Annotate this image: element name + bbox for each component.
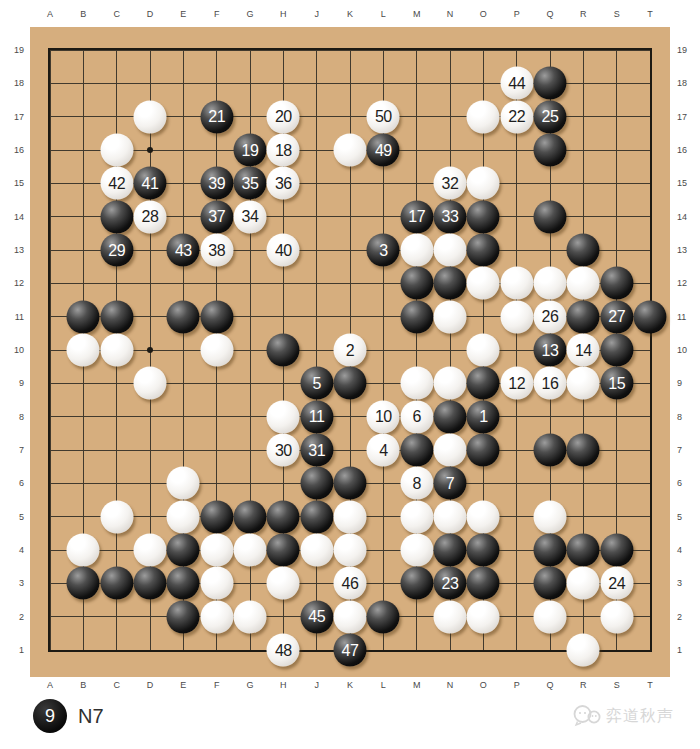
stone-white-G2 [234, 600, 267, 633]
stone-white-F3 [200, 567, 233, 600]
chat-bubbles-icon [572, 703, 602, 729]
stone-black-Q16 [534, 134, 567, 167]
stone-white-R10: 14 [567, 334, 600, 367]
stone-white-M5 [400, 500, 433, 533]
stone-black-E11 [167, 300, 200, 333]
stone-black-O14 [467, 200, 500, 233]
coord-label-top: Q [540, 9, 560, 20]
stone-white-N9 [434, 367, 467, 400]
move-number: 10 [375, 409, 392, 425]
move-number: 39 [208, 175, 225, 191]
coord-label-bottom: S [607, 680, 627, 691]
stone-black-N8 [434, 400, 467, 433]
move-number: 11 [309, 409, 325, 425]
stone-white-S2 [600, 600, 633, 633]
move-number: 34 [242, 209, 259, 225]
move-number: 19 [242, 142, 259, 158]
coord-label-left: 11 [6, 312, 24, 323]
coord-label-top: M [407, 9, 427, 20]
star-point [147, 147, 153, 153]
move-number: 43 [175, 242, 192, 258]
stone-black-H10 [267, 334, 300, 367]
coord-label-right: 10 [677, 345, 695, 356]
move-number: 29 [108, 242, 125, 258]
stone-black-L16: 49 [367, 134, 400, 167]
stone-black-N4 [434, 534, 467, 567]
stone-white-M6: 8 [400, 467, 433, 500]
move-number: 5 [312, 375, 320, 391]
stone-white-D14: 28 [134, 200, 167, 233]
stone-white-L17: 50 [367, 100, 400, 133]
coord-label-top: G [240, 9, 260, 20]
coord-label-right: 16 [677, 145, 695, 156]
coord-label-right: 8 [677, 412, 695, 423]
stone-black-C14 [100, 200, 133, 233]
stone-black-Q14 [534, 200, 567, 233]
move-number: 14 [575, 342, 592, 358]
coord-label-left: 17 [6, 112, 24, 123]
stone-black-O8: 1 [467, 400, 500, 433]
coord-label-left: 4 [6, 545, 24, 556]
star-point [147, 347, 153, 353]
move-number: 3 [379, 242, 387, 258]
coord-label-right: 14 [677, 212, 695, 223]
stone-white-B10 [67, 334, 100, 367]
stone-black-J8: 11 [300, 400, 333, 433]
coord-label-top: B [73, 9, 93, 20]
stone-white-P17: 22 [500, 100, 533, 133]
move-number: 2 [346, 342, 354, 358]
coord-label-left: 5 [6, 512, 24, 523]
stone-black-O4 [467, 534, 500, 567]
stone-black-S9: 15 [600, 367, 633, 400]
stone-black-E13: 43 [167, 234, 200, 267]
stone-white-P18: 44 [500, 67, 533, 100]
coord-label-bottom: P [507, 680, 527, 691]
move-number: 18 [275, 142, 292, 158]
stone-white-M9 [400, 367, 433, 400]
stone-white-F10 [200, 334, 233, 367]
stone-white-K16 [334, 134, 367, 167]
move-number: 22 [508, 109, 525, 125]
stone-white-H13: 40 [267, 234, 300, 267]
stone-white-D17 [134, 100, 167, 133]
stone-white-M8: 6 [400, 400, 433, 433]
stone-white-C10 [100, 334, 133, 367]
stone-black-C11 [100, 300, 133, 333]
coord-label-bottom: J [307, 680, 327, 691]
stone-white-J4 [300, 534, 333, 567]
stone-black-O3 [467, 567, 500, 600]
coord-label-top: F [207, 9, 227, 20]
move-annotation: 9 N7 [33, 699, 104, 733]
stone-black-Q18 [534, 67, 567, 100]
stone-white-Q5 [534, 500, 567, 533]
move-number: 45 [308, 609, 325, 625]
move-number: 48 [275, 642, 292, 658]
move-number: 33 [442, 209, 459, 225]
stone-black-E2 [167, 600, 200, 633]
stone-white-N15: 32 [434, 167, 467, 200]
stone-white-H17: 20 [267, 100, 300, 133]
stone-black-C13: 29 [100, 234, 133, 267]
move-number: 47 [342, 642, 359, 658]
move-number: 21 [208, 109, 225, 125]
stone-white-K4 [334, 534, 367, 567]
stone-white-P9: 12 [500, 367, 533, 400]
coord-label-top: S [607, 9, 627, 20]
stone-white-K3: 46 [334, 567, 367, 600]
coord-label-left: 10 [6, 345, 24, 356]
stone-white-F13: 38 [200, 234, 233, 267]
stone-black-E3 [167, 567, 200, 600]
coord-label-left: 14 [6, 212, 24, 223]
stone-black-J5 [300, 500, 333, 533]
move-number: 49 [375, 142, 392, 158]
coord-label-top: C [107, 9, 127, 20]
move-annotation-coordinate: N7 [78, 705, 104, 728]
stone-black-Q3 [534, 567, 567, 600]
stone-white-O17 [467, 100, 500, 133]
stone-white-B4 [67, 534, 100, 567]
watermark: 弈道秋声 [572, 703, 674, 729]
coord-label-bottom: T [640, 680, 660, 691]
coord-label-left: 7 [6, 445, 24, 456]
stone-white-O5 [467, 500, 500, 533]
stone-white-H1: 48 [267, 634, 300, 667]
move-number: 36 [275, 175, 292, 191]
stone-white-E6 [167, 467, 200, 500]
stone-black-K6 [334, 467, 367, 500]
coord-label-top: H [273, 9, 293, 20]
stone-black-M3 [400, 567, 433, 600]
stone-black-H5 [267, 500, 300, 533]
stone-black-C3 [100, 567, 133, 600]
move-number: 35 [242, 175, 259, 191]
stone-white-C5 [100, 500, 133, 533]
stone-black-N14: 33 [434, 200, 467, 233]
coord-label-bottom: K [340, 680, 360, 691]
coord-label-left: 15 [6, 178, 24, 189]
stone-black-S11: 27 [600, 300, 633, 333]
stone-white-F2 [200, 600, 233, 633]
coord-label-bottom: F [207, 680, 227, 691]
stone-white-H3 [267, 567, 300, 600]
stone-white-P11 [500, 300, 533, 333]
coord-label-right: 2 [677, 612, 695, 623]
move-number: 40 [275, 242, 292, 258]
stone-white-F4 [200, 534, 233, 567]
stone-black-O7 [467, 434, 500, 467]
coord-label-top: P [507, 9, 527, 20]
coord-label-right: 9 [677, 378, 695, 389]
stone-white-N2 [434, 600, 467, 633]
coord-label-left: 19 [6, 45, 24, 56]
stone-black-T11 [634, 300, 667, 333]
coord-label-left: 3 [6, 578, 24, 589]
stone-black-F5 [200, 500, 233, 533]
move-number: 13 [542, 342, 559, 358]
coord-label-right: 1 [677, 645, 695, 656]
coord-label-top: J [307, 9, 327, 20]
move-number: 1 [479, 409, 487, 425]
coord-label-bottom: R [573, 680, 593, 691]
stone-black-Q17: 25 [534, 100, 567, 133]
coord-label-left: 16 [6, 145, 24, 156]
stone-white-R9 [567, 367, 600, 400]
stone-white-E5 [167, 500, 200, 533]
coord-label-bottom: M [407, 680, 427, 691]
stone-black-N3: 23 [434, 567, 467, 600]
stone-white-O15 [467, 167, 500, 200]
stone-white-Q12 [534, 267, 567, 300]
move-number: 23 [442, 575, 459, 591]
stone-black-J6 [300, 467, 333, 500]
coord-label-right: 15 [677, 178, 695, 189]
stone-black-R7 [567, 434, 600, 467]
stone-black-S12 [600, 267, 633, 300]
move-number: 28 [142, 209, 159, 225]
stone-white-R12 [567, 267, 600, 300]
coord-label-right: 5 [677, 512, 695, 523]
stone-white-L7: 4 [367, 434, 400, 467]
stone-black-F15: 39 [200, 167, 233, 200]
stone-black-F11 [200, 300, 233, 333]
stone-white-H7: 30 [267, 434, 300, 467]
stone-white-P12 [500, 267, 533, 300]
coord-label-bottom: Q [540, 680, 560, 691]
stone-black-R13 [567, 234, 600, 267]
coord-label-bottom: B [73, 680, 93, 691]
coord-label-top: R [573, 9, 593, 20]
stone-black-M11 [400, 300, 433, 333]
move-number: 20 [275, 109, 292, 125]
stone-black-O13 [467, 234, 500, 267]
coord-label-bottom: D [140, 680, 160, 691]
coord-label-left: 12 [6, 278, 24, 289]
stone-black-H4 [267, 534, 300, 567]
stone-white-C15: 42 [100, 167, 133, 200]
coord-label-left: 1 [6, 645, 24, 656]
coord-label-bottom: C [107, 680, 127, 691]
coord-label-bottom: A [40, 680, 60, 691]
stone-white-O12 [467, 267, 500, 300]
stone-black-F17: 21 [200, 100, 233, 133]
move-number: 38 [208, 242, 225, 258]
move-number: 4 [379, 442, 387, 458]
stone-white-Q11: 26 [534, 300, 567, 333]
coord-label-top: D [140, 9, 160, 20]
move-number: 8 [412, 475, 420, 491]
stone-white-R3 [567, 567, 600, 600]
stone-white-N13 [434, 234, 467, 267]
coord-label-top: A [40, 9, 60, 20]
stone-black-Q4 [534, 534, 567, 567]
stone-white-K5 [334, 500, 367, 533]
stone-black-D15: 41 [134, 167, 167, 200]
stone-black-O9 [467, 367, 500, 400]
move-number: 31 [308, 442, 325, 458]
coord-label-top: T [640, 9, 660, 20]
coord-label-left: 6 [6, 478, 24, 489]
coord-label-bottom: E [173, 680, 193, 691]
stone-white-N11 [434, 300, 467, 333]
stone-black-L2 [367, 600, 400, 633]
stone-black-N6: 7 [434, 467, 467, 500]
stone-white-C16 [100, 134, 133, 167]
stone-black-N12 [434, 267, 467, 300]
coord-label-right: 7 [677, 445, 695, 456]
coord-label-left: 2 [6, 612, 24, 623]
coord-label-top: L [373, 9, 393, 20]
move-annotation-black-stone: 9 [33, 699, 67, 733]
stone-black-L13: 3 [367, 234, 400, 267]
move-number: 17 [408, 209, 425, 225]
move-number: 24 [608, 575, 625, 591]
move-number: 50 [375, 109, 392, 125]
stone-white-Q9: 16 [534, 367, 567, 400]
stone-white-H8 [267, 400, 300, 433]
coord-label-top: O [473, 9, 493, 20]
stone-black-J2: 45 [300, 600, 333, 633]
move-number: 41 [142, 175, 159, 191]
coord-label-right: 11 [677, 312, 695, 323]
stone-black-B11 [67, 300, 100, 333]
stone-black-M12 [400, 267, 433, 300]
stone-black-B3 [67, 567, 100, 600]
stone-white-O2 [467, 600, 500, 633]
stone-black-K9 [334, 367, 367, 400]
coord-label-left: 13 [6, 245, 24, 256]
coord-label-top: E [173, 9, 193, 20]
stone-white-L8: 10 [367, 400, 400, 433]
move-number: 42 [108, 175, 125, 191]
move-number: 32 [442, 175, 459, 191]
move-number: 30 [275, 442, 292, 458]
coord-label-right: 12 [677, 278, 695, 289]
stone-black-R11 [567, 300, 600, 333]
stone-black-E4 [167, 534, 200, 567]
stone-black-D3 [134, 567, 167, 600]
stone-black-M14: 17 [400, 200, 433, 233]
stone-black-J7: 31 [300, 434, 333, 467]
coord-label-bottom: O [473, 680, 493, 691]
stone-white-R1 [567, 634, 600, 667]
stone-black-F14: 37 [200, 200, 233, 233]
stone-black-M7 [400, 434, 433, 467]
coord-label-top: K [340, 9, 360, 20]
move-annotation-number: 9 [45, 707, 55, 725]
stone-black-G16: 19 [234, 134, 267, 167]
stone-white-D9 [134, 367, 167, 400]
stone-black-R4 [567, 534, 600, 567]
coord-label-right: 13 [677, 245, 695, 256]
coord-label-left: 8 [6, 412, 24, 423]
move-number: 6 [412, 409, 420, 425]
coord-label-right: 3 [677, 578, 695, 589]
stone-white-Q2 [534, 600, 567, 633]
move-number: 46 [342, 575, 359, 591]
go-board: AABBCCDDEEFFGGHHJJKKLLMMNNOOPPQQRRSSTT19… [0, 0, 700, 749]
stone-white-N7 [434, 434, 467, 467]
coord-label-right: 17 [677, 112, 695, 123]
stone-black-K1: 47 [334, 634, 367, 667]
stone-white-H15: 36 [267, 167, 300, 200]
coord-label-left: 18 [6, 78, 24, 89]
move-number: 7 [446, 475, 454, 491]
stone-white-K10: 2 [334, 334, 367, 367]
stone-black-G5 [234, 500, 267, 533]
coord-label-bottom: N [440, 680, 460, 691]
stone-black-Q10: 13 [534, 334, 567, 367]
coord-label-bottom: L [373, 680, 393, 691]
stone-white-G4 [234, 534, 267, 567]
move-number: 16 [542, 375, 559, 391]
stone-black-S10 [600, 334, 633, 367]
move-number: 12 [508, 375, 525, 391]
coord-label-bottom: H [273, 680, 293, 691]
coord-label-top: N [440, 9, 460, 20]
move-number: 27 [608, 309, 625, 325]
stone-white-O10 [467, 334, 500, 367]
move-number: 44 [508, 75, 525, 91]
stone-white-S3: 24 [600, 567, 633, 600]
move-number: 15 [608, 375, 625, 391]
watermark-text: 弈道秋声 [606, 706, 674, 727]
stone-black-G15: 35 [234, 167, 267, 200]
go-diagram: AABBCCDDEEFFGGHHJJKKLLMMNNOOPPQQRRSSTT19… [0, 0, 700, 749]
coord-label-right: 6 [677, 478, 695, 489]
stone-white-N5 [434, 500, 467, 533]
stone-white-M4 [400, 534, 433, 567]
move-number: 37 [208, 209, 225, 225]
move-number: 25 [542, 109, 559, 125]
stone-black-Q7 [534, 434, 567, 467]
stone-white-M13 [400, 234, 433, 267]
coord-label-left: 9 [6, 378, 24, 389]
coord-label-right: 18 [677, 78, 695, 89]
move-number: 26 [542, 309, 559, 325]
coord-label-right: 4 [677, 545, 695, 556]
stone-black-J9: 5 [300, 367, 333, 400]
stone-white-H16: 18 [267, 134, 300, 167]
coord-label-right: 19 [677, 45, 695, 56]
coord-label-bottom: G [240, 680, 260, 691]
stone-black-S4 [600, 534, 633, 567]
stone-white-D4 [134, 534, 167, 567]
stone-white-G14: 34 [234, 200, 267, 233]
stone-white-K2 [334, 600, 367, 633]
